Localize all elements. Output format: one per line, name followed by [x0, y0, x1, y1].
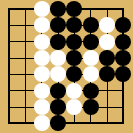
stone-white [99, 17, 115, 33]
stone-black [50, 99, 66, 115]
grid-line-horizontal [8, 8, 124, 10]
stone-white [50, 66, 66, 82]
stone-white [34, 115, 50, 131]
stone-black [115, 17, 131, 33]
stone-black [115, 34, 131, 50]
stone-black [83, 83, 99, 99]
stone-white [34, 1, 50, 17]
stone-black [83, 34, 99, 50]
grid-line-vertical [90, 8, 91, 124]
stone-black [115, 50, 131, 66]
go-board[interactable] [0, 0, 133, 133]
stone-white [34, 34, 50, 50]
grid-line-vertical [25, 8, 26, 124]
grid-line-vertical [58, 8, 59, 124]
stone-black [50, 83, 66, 99]
grid-line-vertical [8, 8, 10, 124]
grid-line-horizontal [8, 25, 124, 26]
stone-black [50, 34, 66, 50]
stone-white [34, 50, 50, 66]
stone-black [66, 50, 82, 66]
stone-black [83, 17, 99, 33]
grid-line-vertical [74, 8, 75, 124]
stone-black [66, 66, 82, 82]
grid-line-horizontal [8, 41, 124, 42]
grid-line-horizontal [8, 58, 124, 59]
stone-black [50, 17, 66, 33]
stone-black [99, 66, 115, 82]
stone-white [99, 34, 115, 50]
stone-black [66, 1, 82, 17]
stone-white [83, 66, 99, 82]
grid-line-vertical [107, 8, 108, 124]
grid-line-vertical [122, 8, 124, 124]
stone-black [99, 50, 115, 66]
stone-black [50, 115, 66, 131]
grid-line-vertical [41, 8, 42, 124]
grid-line-horizontal [8, 90, 124, 91]
stone-white [66, 83, 82, 99]
stone-black [83, 99, 99, 115]
stone-black [66, 34, 82, 50]
stone-white [66, 99, 82, 115]
stone-white [34, 99, 50, 115]
stone-black [50, 1, 66, 17]
grid-line-horizontal [8, 107, 124, 108]
grid-line-horizontal [8, 74, 124, 75]
stone-white [34, 66, 50, 82]
stone-black [66, 17, 82, 33]
stone-white [83, 50, 99, 66]
stone-white [34, 17, 50, 33]
grid-line-horizontal [8, 122, 124, 124]
stone-white [50, 50, 66, 66]
stone-black [115, 66, 131, 82]
stone-white [34, 83, 50, 99]
